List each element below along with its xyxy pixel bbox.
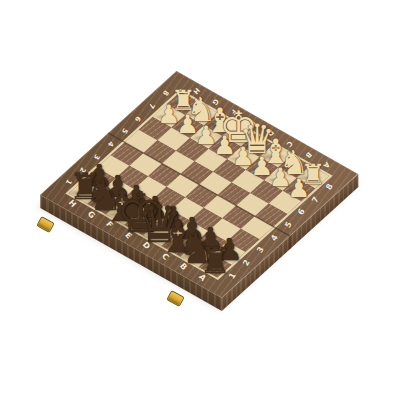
brass-latch: [166, 290, 184, 307]
fold-seam-edge: [290, 235, 291, 249]
chess-board: [40, 71, 358, 298]
chess-set-photo: AABBCCDDEEFFGGHH8877665544332211♜♞♟♝♟♚♟♛…: [0, 0, 400, 400]
brass-latch: [36, 216, 54, 233]
